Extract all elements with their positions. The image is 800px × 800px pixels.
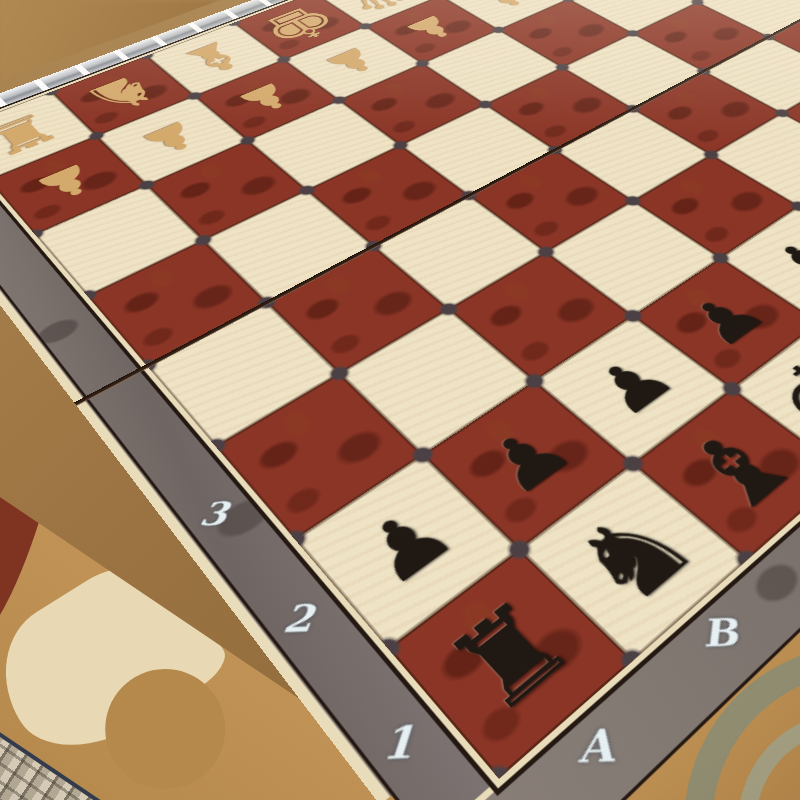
- rank-label-3: 3: [185, 495, 242, 533]
- rank-label-1: 1: [367, 716, 428, 769]
- rank-label-2: 2: [268, 596, 327, 641]
- file-label-B: B: [690, 610, 750, 656]
- file-label-A: A: [566, 719, 626, 773]
